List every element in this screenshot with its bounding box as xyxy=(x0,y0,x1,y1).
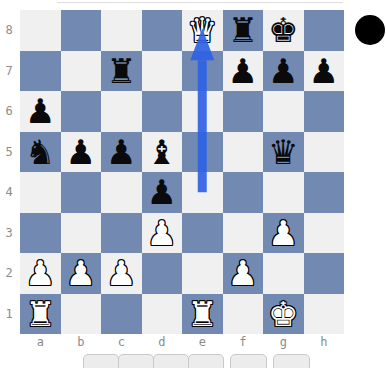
square-f4[interactable] xyxy=(223,172,264,213)
piece-black-pawn[interactable]: ♟ xyxy=(268,54,298,88)
square-c6[interactable] xyxy=(101,91,142,132)
rank-label-2: 2 xyxy=(0,253,18,294)
file-label-f: f xyxy=(223,335,264,351)
piece-white-pawn[interactable]: ♟ xyxy=(106,256,136,290)
file-label-a: a xyxy=(20,335,61,351)
file-label-d: d xyxy=(142,335,183,351)
square-d7[interactable] xyxy=(142,51,183,92)
square-b6[interactable] xyxy=(61,91,102,132)
square-b8[interactable] xyxy=(61,10,102,51)
square-a3[interactable] xyxy=(20,213,61,254)
square-c4[interactable] xyxy=(101,172,142,213)
piece-black-rook[interactable]: ♜ xyxy=(106,54,136,88)
piece-black-pawn[interactable]: ♟ xyxy=(309,54,339,88)
square-c3[interactable] xyxy=(101,213,142,254)
square-a2[interactable]: ♟ xyxy=(20,253,61,294)
piece-white-rook[interactable]: ♜ xyxy=(187,297,217,331)
piece-white-pawn[interactable]: ♟ xyxy=(228,256,258,290)
square-g7[interactable]: ♟ xyxy=(263,51,304,92)
piece-white-rook[interactable]: ♜ xyxy=(25,297,55,331)
square-h3[interactable] xyxy=(304,213,345,254)
piece-black-king[interactable]: ♚ xyxy=(268,13,298,47)
square-a8[interactable] xyxy=(20,10,61,51)
square-d3[interactable]: ♟ xyxy=(142,213,183,254)
square-b1[interactable] xyxy=(61,294,102,335)
square-b2[interactable]: ♟ xyxy=(61,253,102,294)
square-e2[interactable] xyxy=(182,253,223,294)
piece-black-pawn[interactable]: ♟ xyxy=(147,175,177,209)
piece-black-pawn[interactable]: ♟ xyxy=(228,54,258,88)
nav-button-2[interactable] xyxy=(118,354,154,368)
square-b7[interactable] xyxy=(61,51,102,92)
rank-label-5: 5 xyxy=(0,132,18,173)
square-f8[interactable]: ♜ xyxy=(223,10,264,51)
square-h2[interactable] xyxy=(304,253,345,294)
square-g3[interactable]: ♟ xyxy=(263,213,304,254)
square-g8[interactable]: ♚ xyxy=(263,10,304,51)
square-f6[interactable] xyxy=(223,91,264,132)
nav-button-4[interactable] xyxy=(188,354,224,368)
square-e5[interactable] xyxy=(182,132,223,173)
square-g1[interactable]: ♚ xyxy=(263,294,304,335)
square-e1[interactable]: ♜ xyxy=(182,294,223,335)
piece-black-pawn[interactable]: ♟ xyxy=(25,94,55,128)
square-d6[interactable] xyxy=(142,91,183,132)
square-e8[interactable]: ♛ xyxy=(182,10,223,51)
piece-black-rook[interactable]: ♜ xyxy=(228,13,258,47)
square-d2[interactable] xyxy=(142,253,183,294)
square-c1[interactable] xyxy=(101,294,142,335)
file-label-h: h xyxy=(304,335,345,351)
square-d1[interactable] xyxy=(142,294,183,335)
square-h6[interactable] xyxy=(304,91,345,132)
piece-black-bishop[interactable]: ♝ xyxy=(147,135,177,169)
rank-label-4: 4 xyxy=(0,172,18,213)
file-label-g: g xyxy=(263,335,304,351)
piece-white-pawn[interactable]: ♟ xyxy=(25,256,55,290)
square-g5[interactable]: ♛ xyxy=(263,132,304,173)
piece-black-queen[interactable]: ♛ xyxy=(268,135,298,169)
rank-label-8: 8 xyxy=(0,10,18,51)
nav-button-5[interactable]: ^ xyxy=(230,354,267,368)
rank-label-1: 1 xyxy=(0,294,18,335)
nav-button-3[interactable] xyxy=(153,354,189,368)
square-e6[interactable] xyxy=(182,91,223,132)
piece-black-pawn[interactable]: ♟ xyxy=(66,135,96,169)
square-d5[interactable]: ♝ xyxy=(142,132,183,173)
rank-label-7: 7 xyxy=(0,51,18,92)
side-to-move-indicator xyxy=(355,15,385,45)
square-h5[interactable] xyxy=(304,132,345,173)
nav-button-1[interactable] xyxy=(83,354,119,368)
square-h8[interactable] xyxy=(304,10,345,51)
square-a5[interactable]: ♞ xyxy=(20,132,61,173)
square-b5[interactable]: ♟ xyxy=(61,132,102,173)
square-f3[interactable] xyxy=(223,213,264,254)
piece-white-pawn[interactable]: ♟ xyxy=(147,216,177,250)
piece-white-pawn[interactable]: ♟ xyxy=(66,256,96,290)
square-a7[interactable] xyxy=(20,51,61,92)
piece-white-king[interactable]: ♚ xyxy=(268,297,298,331)
square-h4[interactable] xyxy=(304,172,345,213)
square-h1[interactable] xyxy=(304,294,345,335)
piece-white-pawn[interactable]: ♟ xyxy=(268,216,298,250)
nav-button-6[interactable] xyxy=(273,354,310,368)
rank-labels: 87654321 xyxy=(0,10,18,334)
square-f1[interactable] xyxy=(223,294,264,335)
file-labels: abcdefgh xyxy=(20,335,344,351)
square-g2[interactable] xyxy=(263,253,304,294)
square-a4[interactable] xyxy=(20,172,61,213)
file-label-e: e xyxy=(182,335,223,351)
square-d8[interactable] xyxy=(142,10,183,51)
square-d4[interactable]: ♟ xyxy=(142,172,183,213)
piece-black-knight[interactable]: ♞ xyxy=(25,135,55,169)
chess-board[interactable]: ♛♜♚♜♟♟♟♟♞♟♟♝♛♟♟♟♟♟♟♟♜♜♚ xyxy=(20,10,344,334)
rank-label-6: 6 xyxy=(0,91,18,132)
square-g6[interactable] xyxy=(263,91,304,132)
file-label-b: b xyxy=(61,335,102,351)
piece-black-pawn[interactable]: ♟ xyxy=(106,135,136,169)
square-e4[interactable] xyxy=(182,172,223,213)
square-g4[interactable] xyxy=(263,172,304,213)
square-c8[interactable] xyxy=(101,10,142,51)
piece-white-queen[interactable]: ♛ xyxy=(187,13,217,47)
square-a6[interactable]: ♟ xyxy=(20,91,61,132)
square-c2[interactable]: ♟ xyxy=(101,253,142,294)
square-c5[interactable]: ♟ xyxy=(101,132,142,173)
square-h7[interactable]: ♟ xyxy=(304,51,345,92)
square-e3[interactable] xyxy=(182,213,223,254)
square-a1[interactable]: ♜ xyxy=(20,294,61,335)
square-f5[interactable] xyxy=(223,132,264,173)
square-f2[interactable]: ♟ xyxy=(223,253,264,294)
square-b3[interactable] xyxy=(61,213,102,254)
square-b4[interactable] xyxy=(61,172,102,213)
navigation-button-row: ^ xyxy=(0,354,386,368)
square-f7[interactable]: ♟ xyxy=(223,51,264,92)
rank-label-3: 3 xyxy=(0,213,18,254)
file-label-c: c xyxy=(101,335,142,351)
top-divider xyxy=(57,2,343,3)
square-e7[interactable] xyxy=(182,51,223,92)
square-c7[interactable]: ♜ xyxy=(101,51,142,92)
